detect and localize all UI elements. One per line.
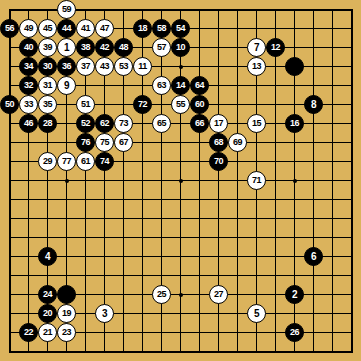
star-point bbox=[65, 179, 69, 183]
go-stone-white-65: 65 bbox=[152, 114, 171, 133]
go-stone-black-60: 60 bbox=[190, 95, 209, 114]
go-stone-white-77: 77 bbox=[57, 152, 76, 171]
go-stone-white-55: 55 bbox=[171, 95, 190, 114]
go-stone-white-3: 3 bbox=[95, 304, 114, 323]
go-stone-black-14: 14 bbox=[171, 76, 190, 95]
go-stone-black-2: 2 bbox=[285, 285, 304, 304]
go-stone-white-49: 49 bbox=[19, 19, 38, 38]
grid-line-v bbox=[237, 9, 238, 353]
go-stone-white-23: 23 bbox=[57, 323, 76, 342]
go-stone-white-37: 37 bbox=[76, 57, 95, 76]
go-stone-black-70: 70 bbox=[209, 152, 228, 171]
go-stone-white-15: 15 bbox=[247, 114, 266, 133]
go-stone-white-13: 13 bbox=[247, 57, 266, 76]
grid-line-v bbox=[275, 9, 276, 353]
grid-line-h bbox=[9, 237, 353, 238]
go-stone-black-12: 12 bbox=[266, 38, 285, 57]
grid-line-v bbox=[332, 9, 333, 353]
go-stone-black-62: 62 bbox=[95, 114, 114, 133]
go-stone-black-44: 44 bbox=[57, 19, 76, 38]
go-stone-black-20: 20 bbox=[38, 304, 57, 323]
go-stone-white-25: 25 bbox=[152, 285, 171, 304]
go-stone-black-74: 74 bbox=[95, 152, 114, 171]
go-stone-black-dp bbox=[57, 285, 76, 304]
go-stone-white-29: 29 bbox=[38, 152, 57, 171]
star-point bbox=[179, 293, 183, 297]
go-stone-white-53: 53 bbox=[114, 57, 133, 76]
go-stone-black-54: 54 bbox=[171, 19, 190, 38]
go-stone-black-72: 72 bbox=[133, 95, 152, 114]
go-stone-white-19: 19 bbox=[57, 304, 76, 323]
go-stone-black-64: 64 bbox=[190, 76, 209, 95]
go-stone-black-6: 6 bbox=[304, 247, 323, 266]
go-stone-white-61: 61 bbox=[76, 152, 95, 171]
go-stone-white-27: 27 bbox=[209, 285, 228, 304]
grid-line-v bbox=[351, 9, 353, 353]
go-stone-white-67: 67 bbox=[114, 133, 133, 152]
go-stone-black-52: 52 bbox=[76, 114, 95, 133]
go-stone-black-34: 34 bbox=[19, 57, 38, 76]
go-stone-white-7: 7 bbox=[247, 38, 266, 57]
go-stone-white-41: 41 bbox=[76, 19, 95, 38]
go-stone-black-56: 56 bbox=[0, 19, 19, 38]
go-stone-black-22: 22 bbox=[19, 323, 38, 342]
go-stone-black-46: 46 bbox=[19, 114, 38, 133]
go-stone-white-43: 43 bbox=[95, 57, 114, 76]
go-stone-white-31: 31 bbox=[38, 76, 57, 95]
go-stone-white-17: 17 bbox=[209, 114, 228, 133]
go-stone-white-57: 57 bbox=[152, 38, 171, 57]
go-stone-white-63: 63 bbox=[152, 76, 171, 95]
go-stone-black-32: 32 bbox=[19, 76, 38, 95]
go-stone-black-8: 8 bbox=[304, 95, 323, 114]
grid-line-v bbox=[313, 9, 314, 353]
go-stone-white-71: 71 bbox=[247, 171, 266, 190]
go-stone-black-26: 26 bbox=[285, 323, 304, 342]
grid-line-v bbox=[199, 9, 200, 353]
go-stone-black-4: 4 bbox=[38, 247, 57, 266]
go-stone-black-66: 66 bbox=[190, 114, 209, 133]
go-stone-white-33: 33 bbox=[19, 95, 38, 114]
go-stone-white-45: 45 bbox=[38, 19, 57, 38]
go-stone-white-9: 9 bbox=[57, 76, 76, 95]
grid-line-h bbox=[9, 256, 353, 257]
go-stone-black-68: 68 bbox=[209, 133, 228, 152]
go-stone-white-11: 11 bbox=[133, 57, 152, 76]
go-stone-black-28: 28 bbox=[38, 114, 57, 133]
go-stone-white-75: 75 bbox=[95, 133, 114, 152]
go-stone-white-39: 39 bbox=[38, 38, 57, 57]
star-point bbox=[179, 179, 183, 183]
grid-line-h bbox=[9, 275, 353, 276]
go-stone-white-59: 59 bbox=[57, 0, 76, 19]
star-point bbox=[179, 65, 183, 69]
go-stone-black-76: 76 bbox=[76, 133, 95, 152]
go-stone-black-40: 40 bbox=[19, 38, 38, 57]
go-stone-white-47: 47 bbox=[95, 19, 114, 38]
go-stone-black-38: 38 bbox=[76, 38, 95, 57]
grid-line-h bbox=[9, 218, 353, 219]
go-stone-white-1: 1 bbox=[57, 38, 76, 57]
go-stone-black-50: 50 bbox=[0, 95, 19, 114]
go-stone-white-69: 69 bbox=[228, 133, 247, 152]
star-point bbox=[293, 179, 297, 183]
go-stone-white-21: 21 bbox=[38, 323, 57, 342]
go-stone-black-36: 36 bbox=[57, 57, 76, 76]
go-stone-black-58: 58 bbox=[152, 19, 171, 38]
go-stone-black-16: 16 bbox=[285, 114, 304, 133]
go-stone-white-5: 5 bbox=[247, 304, 266, 323]
grid-line-h bbox=[9, 199, 353, 200]
go-board[interactable]: 5956494544414718585440391384248571071234… bbox=[0, 0, 361, 361]
go-stone-black-48: 48 bbox=[114, 38, 133, 57]
go-stone-black-10: 10 bbox=[171, 38, 190, 57]
go-stone-white-35: 35 bbox=[38, 95, 57, 114]
grid-line-h bbox=[9, 351, 353, 353]
go-stone-black-24: 24 bbox=[38, 285, 57, 304]
go-stone-black-42: 42 bbox=[95, 38, 114, 57]
go-stone-white-51: 51 bbox=[76, 95, 95, 114]
go-stone-black-pd bbox=[285, 57, 304, 76]
go-stone-black-30: 30 bbox=[38, 57, 57, 76]
go-stone-white-73: 73 bbox=[114, 114, 133, 133]
go-stone-black-18: 18 bbox=[133, 19, 152, 38]
